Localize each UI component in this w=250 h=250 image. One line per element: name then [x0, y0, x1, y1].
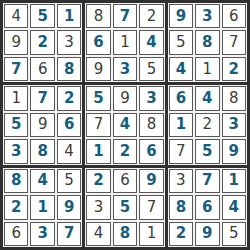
- cell-r4c2[interactable]: 7: [30, 86, 54, 110]
- cell-r3c5[interactable]: 3: [113, 57, 137, 81]
- cell-r6c4[interactable]: 1: [86, 139, 110, 163]
- cell-r7c9[interactable]: 1: [222, 169, 246, 193]
- cell-r3c7[interactable]: 4: [169, 57, 193, 81]
- cell-r6c5[interactable]: 2: [113, 139, 137, 163]
- cell-r2c7[interactable]: 5: [169, 30, 193, 54]
- cell-r8c8[interactable]: 6: [195, 195, 219, 219]
- cell-r1c5[interactable]: 7: [113, 4, 137, 28]
- cell-r4c8[interactable]: 4: [195, 86, 219, 110]
- cell-r9c4[interactable]: 4: [86, 222, 110, 246]
- cell-r7c6[interactable]: 9: [139, 169, 163, 193]
- cell-r3c3[interactable]: 8: [57, 57, 81, 81]
- cell-r6c6[interactable]: 6: [139, 139, 163, 163]
- cell-r8c6[interactable]: 7: [139, 195, 163, 219]
- sudoku-box-4: 593748126: [85, 85, 164, 164]
- cell-r4c9[interactable]: 8: [222, 86, 246, 110]
- sudoku-box-7: 269357481: [85, 168, 164, 247]
- cell-r4c7[interactable]: 6: [169, 86, 193, 110]
- cell-r1c6[interactable]: 2: [139, 4, 163, 28]
- cell-r3c4[interactable]: 9: [86, 57, 110, 81]
- cell-r9c1[interactable]: 6: [4, 222, 28, 246]
- cell-r1c1[interactable]: 4: [4, 4, 28, 28]
- cell-r8c4[interactable]: 3: [86, 195, 110, 219]
- cell-r8c1[interactable]: 2: [4, 195, 28, 219]
- cell-r8c7[interactable]: 8: [169, 195, 193, 219]
- cell-r6c3[interactable]: 4: [57, 139, 81, 163]
- cell-r8c9[interactable]: 4: [222, 195, 246, 219]
- sudoku-box-8: 371864295: [168, 168, 247, 247]
- sudoku-board: 4519237688726149359365874121725963845937…: [0, 0, 250, 250]
- cell-r9c2[interactable]: 3: [30, 222, 54, 246]
- cell-r7c3[interactable]: 5: [57, 169, 81, 193]
- cell-r1c8[interactable]: 3: [195, 4, 219, 28]
- cell-r5c7[interactable]: 1: [169, 113, 193, 137]
- cell-r2c6[interactable]: 4: [139, 30, 163, 54]
- cell-r6c9[interactable]: 9: [222, 139, 246, 163]
- cell-r3c6[interactable]: 5: [139, 57, 163, 81]
- cell-r9c5[interactable]: 8: [113, 222, 137, 246]
- cell-r6c1[interactable]: 3: [4, 139, 28, 163]
- cell-r9c8[interactable]: 9: [195, 222, 219, 246]
- cell-r9c7[interactable]: 2: [169, 222, 193, 246]
- sudoku-box-2: 936587412: [168, 3, 247, 82]
- cell-r2c2[interactable]: 2: [30, 30, 54, 54]
- cell-r3c2[interactable]: 6: [30, 57, 54, 81]
- cell-r7c8[interactable]: 7: [195, 169, 219, 193]
- cell-r7c7[interactable]: 3: [169, 169, 193, 193]
- cell-r5c1[interactable]: 5: [4, 113, 28, 137]
- cell-r2c3[interactable]: 3: [57, 30, 81, 54]
- cell-r2c8[interactable]: 8: [195, 30, 219, 54]
- cell-r7c5[interactable]: 6: [113, 169, 137, 193]
- cell-r6c8[interactable]: 5: [195, 139, 219, 163]
- cell-r6c2[interactable]: 8: [30, 139, 54, 163]
- sudoku-box-3: 172596384: [3, 85, 82, 164]
- cell-r8c2[interactable]: 1: [30, 195, 54, 219]
- cell-r8c5[interactable]: 5: [113, 195, 137, 219]
- cell-r2c9[interactable]: 7: [222, 30, 246, 54]
- cell-r5c6[interactable]: 8: [139, 113, 163, 137]
- cell-r2c5[interactable]: 1: [113, 30, 137, 54]
- cell-r3c1[interactable]: 7: [4, 57, 28, 81]
- cell-r1c7[interactable]: 9: [169, 4, 193, 28]
- sudoku-box-1: 872614935: [85, 3, 164, 82]
- cell-r5c4[interactable]: 7: [86, 113, 110, 137]
- cell-r7c4[interactable]: 2: [86, 169, 110, 193]
- cell-r9c3[interactable]: 7: [57, 222, 81, 246]
- cell-r7c1[interactable]: 8: [4, 169, 28, 193]
- cell-r5c9[interactable]: 3: [222, 113, 246, 137]
- cell-r4c3[interactable]: 2: [57, 86, 81, 110]
- cell-r1c2[interactable]: 5: [30, 4, 54, 28]
- cell-r7c2[interactable]: 4: [30, 169, 54, 193]
- sudoku-box-6: 845219637: [3, 168, 82, 247]
- cell-r5c5[interactable]: 4: [113, 113, 137, 137]
- cell-r8c3[interactable]: 9: [57, 195, 81, 219]
- sudoku-box-0: 451923768: [3, 3, 82, 82]
- cell-r4c1[interactable]: 1: [4, 86, 28, 110]
- cell-r1c9[interactable]: 6: [222, 4, 246, 28]
- cell-r3c8[interactable]: 1: [195, 57, 219, 81]
- cell-r6c7[interactable]: 7: [169, 139, 193, 163]
- cell-r5c2[interactable]: 9: [30, 113, 54, 137]
- cell-r2c4[interactable]: 6: [86, 30, 110, 54]
- cell-r9c6[interactable]: 1: [139, 222, 163, 246]
- cell-r5c3[interactable]: 6: [57, 113, 81, 137]
- cell-r4c6[interactable]: 3: [139, 86, 163, 110]
- cell-r4c5[interactable]: 9: [113, 86, 137, 110]
- cell-r1c4[interactable]: 8: [86, 4, 110, 28]
- cell-r5c8[interactable]: 2: [195, 113, 219, 137]
- cell-r9c9[interactable]: 5: [222, 222, 246, 246]
- sudoku-box-5: 648123759: [168, 85, 247, 164]
- cell-r3c9[interactable]: 2: [222, 57, 246, 81]
- cell-r4c4[interactable]: 5: [86, 86, 110, 110]
- cell-r2c1[interactable]: 9: [4, 30, 28, 54]
- cell-r1c3[interactable]: 1: [57, 4, 81, 28]
